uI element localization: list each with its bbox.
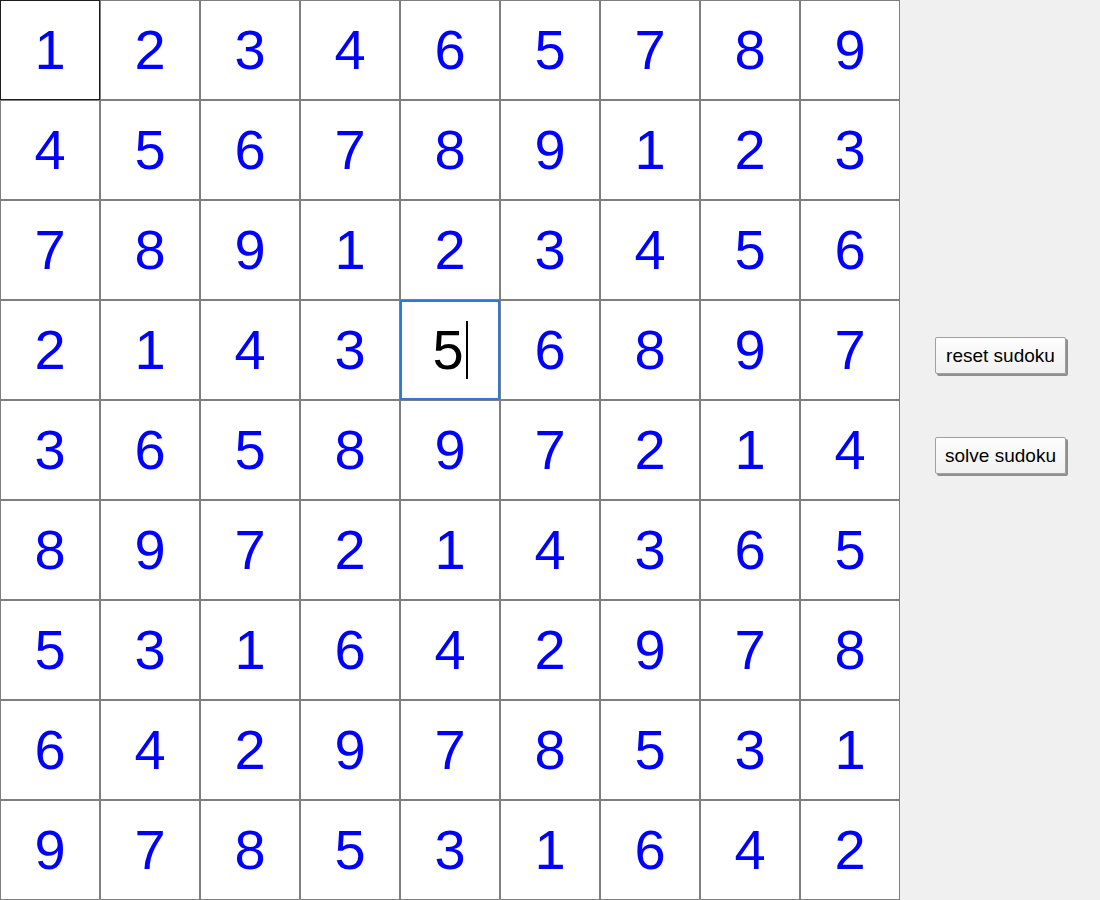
sudoku-cell[interactable]: 2 bbox=[100, 0, 200, 100]
sudoku-cell[interactable]: 2 bbox=[300, 500, 400, 600]
sudoku-cell[interactable]: 2 bbox=[800, 800, 900, 900]
sudoku-cell[interactable]: 6 bbox=[500, 300, 600, 400]
sudoku-cell[interactable]: 2 bbox=[700, 100, 800, 200]
sudoku-cell[interactable]: 9 bbox=[200, 200, 300, 300]
sudoku-cell[interactable]: 9 bbox=[400, 400, 500, 500]
sudoku-cell[interactable]: 4 bbox=[500, 500, 600, 600]
sudoku-cell[interactable]: 6 bbox=[100, 400, 200, 500]
sudoku-cell[interactable]: 8 bbox=[300, 400, 400, 500]
sudoku-cell[interactable]: 7 bbox=[300, 100, 400, 200]
reset-sudoku-button[interactable]: reset sudoku bbox=[935, 337, 1066, 374]
sudoku-cell[interactable]: 1 bbox=[100, 300, 200, 400]
sudoku-cell[interactable]: 8 bbox=[0, 500, 100, 600]
sudoku-cell[interactable]: 8 bbox=[200, 800, 300, 900]
sudoku-cell[interactable]: 4 bbox=[700, 800, 800, 900]
sudoku-cell[interactable]: 7 bbox=[600, 0, 700, 100]
sudoku-cell[interactable]: 3 bbox=[500, 200, 600, 300]
sudoku-cell[interactable]: 2 bbox=[200, 700, 300, 800]
sudoku-cell[interactable]: 3 bbox=[200, 0, 300, 100]
sudoku-cell[interactable]: 1 bbox=[500, 800, 600, 900]
sudoku-cell[interactable]: 4 bbox=[300, 0, 400, 100]
sudoku-cell[interactable]: 4 bbox=[600, 200, 700, 300]
sudoku-cell[interactable]: 5 bbox=[300, 800, 400, 900]
sudoku-cell[interactable]: 1 bbox=[300, 200, 400, 300]
sudoku-cell[interactable]: 2 bbox=[400, 200, 500, 300]
sudoku-cell[interactable]: 5 bbox=[800, 500, 900, 600]
sudoku-board: 1234657894567891237891234562143568973658… bbox=[0, 0, 900, 900]
sudoku-cell[interactable]: 4 bbox=[800, 400, 900, 500]
sudoku-cell[interactable]: 9 bbox=[0, 800, 100, 900]
sudoku-cell[interactable]: 2 bbox=[600, 400, 700, 500]
sudoku-cell[interactable]: 3 bbox=[600, 500, 700, 600]
sudoku-cell[interactable]: 9 bbox=[300, 700, 400, 800]
sudoku-cell[interactable]: 9 bbox=[100, 500, 200, 600]
sudoku-cell[interactable]: 6 bbox=[400, 0, 500, 100]
sudoku-cell[interactable]: 4 bbox=[200, 300, 300, 400]
sudoku-cell[interactable]: 4 bbox=[400, 600, 500, 700]
sudoku-cell[interactable]: 3 bbox=[800, 100, 900, 200]
sudoku-cell[interactable]: 2 bbox=[0, 300, 100, 400]
sudoku-cell[interactable]: 1 bbox=[200, 600, 300, 700]
sudoku-cell[interactable]: 4 bbox=[100, 700, 200, 800]
sudoku-cell[interactable]: 8 bbox=[500, 700, 600, 800]
sudoku-cell[interactable]: 8 bbox=[600, 300, 700, 400]
sudoku-cell[interactable]: 1 bbox=[0, 0, 100, 100]
sudoku-cell[interactable]: 6 bbox=[600, 800, 700, 900]
sudoku-cell[interactable]: 9 bbox=[700, 300, 800, 400]
sudoku-cell[interactable]: 8 bbox=[800, 600, 900, 700]
sudoku-cell[interactable]: 7 bbox=[200, 500, 300, 600]
sudoku-cell[interactable]: 7 bbox=[500, 400, 600, 500]
sudoku-cell[interactable]: 1 bbox=[600, 100, 700, 200]
sudoku-cell[interactable]: 5 bbox=[500, 0, 600, 100]
sudoku-cell[interactable]: 2 bbox=[500, 600, 600, 700]
sudoku-cell[interactable]: 7 bbox=[700, 600, 800, 700]
sudoku-cell[interactable]: 5 bbox=[400, 300, 500, 400]
sudoku-cell[interactable]: 5 bbox=[100, 100, 200, 200]
sudoku-cell[interactable]: 3 bbox=[700, 700, 800, 800]
sudoku-cell[interactable]: 7 bbox=[100, 800, 200, 900]
sudoku-cell[interactable]: 6 bbox=[200, 100, 300, 200]
text-caret bbox=[466, 321, 468, 379]
sudoku-cell[interactable]: 9 bbox=[500, 100, 600, 200]
sudoku-cell[interactable]: 4 bbox=[0, 100, 100, 200]
sudoku-cell[interactable]: 7 bbox=[400, 700, 500, 800]
sudoku-cell[interactable]: 5 bbox=[0, 600, 100, 700]
sudoku-cell[interactable]: 3 bbox=[0, 400, 100, 500]
sudoku-cell[interactable]: 1 bbox=[800, 700, 900, 800]
sudoku-cell[interactable]: 5 bbox=[700, 200, 800, 300]
sudoku-cell[interactable]: 1 bbox=[400, 500, 500, 600]
sudoku-cell[interactable]: 8 bbox=[700, 0, 800, 100]
sudoku-cell[interactable]: 3 bbox=[100, 600, 200, 700]
sudoku-cell[interactable]: 8 bbox=[100, 200, 200, 300]
sudoku-cell[interactable]: 6 bbox=[0, 700, 100, 800]
sudoku-cell[interactable]: 9 bbox=[600, 600, 700, 700]
solve-sudoku-button[interactable]: solve sudoku bbox=[935, 437, 1066, 474]
sudoku-cell[interactable]: 8 bbox=[400, 100, 500, 200]
sudoku-cell[interactable]: 5 bbox=[600, 700, 700, 800]
sudoku-cell[interactable]: 6 bbox=[300, 600, 400, 700]
sudoku-cell[interactable]: 5 bbox=[200, 400, 300, 500]
sudoku-cell[interactable]: 1 bbox=[700, 400, 800, 500]
sudoku-cell[interactable]: 7 bbox=[800, 300, 900, 400]
sudoku-cell[interactable]: 7 bbox=[0, 200, 100, 300]
sudoku-cell[interactable]: 9 bbox=[800, 0, 900, 100]
sudoku-cell[interactable]: 6 bbox=[800, 200, 900, 300]
focused-cell-value: 5 bbox=[432, 322, 463, 378]
sudoku-cell[interactable]: 3 bbox=[400, 800, 500, 900]
sudoku-cell[interactable]: 6 bbox=[700, 500, 800, 600]
sudoku-cell[interactable]: 3 bbox=[300, 300, 400, 400]
